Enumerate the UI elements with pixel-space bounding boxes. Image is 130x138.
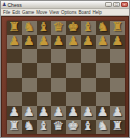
square-f4[interactable] bbox=[81, 78, 96, 92]
menu-item-game[interactable]: Game bbox=[22, 10, 34, 15]
menu-item-board[interactable]: Board bbox=[79, 10, 91, 15]
square-c6[interactable] bbox=[37, 49, 52, 63]
square-a1[interactable]: ♜ bbox=[7, 120, 22, 134]
piece-white-rook: ♜ bbox=[7, 118, 22, 134]
square-e1[interactable]: ♚ bbox=[66, 120, 81, 134]
square-f7[interactable]: ♟ bbox=[81, 35, 96, 49]
menu-bar: FileEditGameMoveViewOptionsBoardHelp bbox=[1, 9, 129, 16]
window-title: Chess bbox=[7, 2, 104, 8]
menu-item-help[interactable]: Help bbox=[93, 10, 102, 15]
piece-black-pawn: ♟ bbox=[81, 33, 96, 49]
square-h7[interactable]: ♟ bbox=[110, 35, 125, 49]
menu-item-file[interactable]: File bbox=[3, 10, 10, 15]
square-b6[interactable] bbox=[22, 49, 37, 63]
square-d5[interactable] bbox=[51, 63, 66, 77]
square-e5[interactable] bbox=[66, 63, 81, 77]
square-e7[interactable]: ♟ bbox=[66, 35, 81, 49]
piece-black-pawn: ♟ bbox=[51, 33, 66, 49]
maximize-button[interactable]: □ bbox=[113, 2, 120, 7]
piece-black-pawn: ♟ bbox=[110, 33, 125, 49]
square-a5[interactable] bbox=[7, 63, 22, 77]
menu-item-edit[interactable]: Edit bbox=[12, 10, 20, 15]
square-h5[interactable] bbox=[110, 63, 125, 77]
piece-white-king: ♚ bbox=[66, 118, 81, 134]
menu-item-options[interactable]: Options bbox=[61, 10, 77, 15]
piece-white-bishop: ♝ bbox=[37, 118, 52, 134]
square-c1[interactable]: ♝ bbox=[37, 120, 52, 134]
menu-item-view[interactable]: View bbox=[49, 10, 59, 15]
square-h6[interactable] bbox=[110, 49, 125, 63]
minimize-button[interactable]: _ bbox=[105, 2, 112, 7]
square-h1[interactable]: ♜ bbox=[110, 120, 125, 134]
square-f1[interactable]: ♝ bbox=[81, 120, 96, 134]
app-icon: ♟ bbox=[2, 2, 6, 7]
square-a4[interactable] bbox=[7, 78, 22, 92]
chess-app-window: ♟ Chess _ □ × FileEditGameMoveViewOption… bbox=[0, 0, 130, 138]
menu-item-move[interactable]: Move bbox=[36, 10, 47, 15]
square-g1[interactable]: ♞ bbox=[96, 120, 111, 134]
piece-black-pawn: ♟ bbox=[66, 33, 81, 49]
square-a7[interactable]: ♟ bbox=[7, 35, 22, 49]
square-c7[interactable]: ♟ bbox=[37, 35, 52, 49]
piece-black-pawn: ♟ bbox=[96, 33, 111, 49]
square-b7[interactable]: ♟ bbox=[22, 35, 37, 49]
piece-white-bishop: ♝ bbox=[81, 118, 96, 134]
square-b5[interactable] bbox=[22, 63, 37, 77]
title-bar[interactable]: ♟ Chess _ □ × bbox=[1, 1, 129, 9]
piece-black-pawn: ♟ bbox=[37, 33, 52, 49]
square-b4[interactable] bbox=[22, 78, 37, 92]
square-f6[interactable] bbox=[81, 49, 96, 63]
piece-black-pawn: ♟ bbox=[22, 33, 37, 49]
square-c4[interactable] bbox=[37, 78, 52, 92]
square-f5[interactable] bbox=[81, 63, 96, 77]
square-h4[interactable] bbox=[110, 78, 125, 92]
piece-white-queen: ♛ bbox=[51, 118, 66, 134]
square-g7[interactable]: ♟ bbox=[96, 35, 111, 49]
square-b1[interactable]: ♞ bbox=[22, 120, 37, 134]
square-d4[interactable] bbox=[51, 78, 66, 92]
square-c5[interactable] bbox=[37, 63, 52, 77]
square-d6[interactable] bbox=[51, 49, 66, 63]
piece-white-knight: ♞ bbox=[22, 118, 37, 134]
square-g6[interactable] bbox=[96, 49, 111, 63]
square-g5[interactable] bbox=[96, 63, 111, 77]
board-frame: ♜♞♝♛♚♝♞♜♟♟♟♟♟♟♟♟♟♟♟♟♟♟♟♟♜♞♝♛♚♝♞♜ bbox=[1, 16, 129, 138]
square-e4[interactable] bbox=[66, 78, 81, 92]
piece-white-rook: ♜ bbox=[110, 118, 125, 134]
piece-black-pawn: ♟ bbox=[7, 33, 22, 49]
square-g4[interactable] bbox=[96, 78, 111, 92]
chess-board: ♜♞♝♛♚♝♞♜♟♟♟♟♟♟♟♟♟♟♟♟♟♟♟♟♜♞♝♛♚♝♞♜ bbox=[7, 21, 125, 134]
square-d1[interactable]: ♛ bbox=[51, 120, 66, 134]
close-button[interactable]: × bbox=[121, 2, 128, 7]
square-a6[interactable] bbox=[7, 49, 22, 63]
square-e6[interactable] bbox=[66, 49, 81, 63]
square-d7[interactable]: ♟ bbox=[51, 35, 66, 49]
piece-white-knight: ♞ bbox=[96, 118, 111, 134]
